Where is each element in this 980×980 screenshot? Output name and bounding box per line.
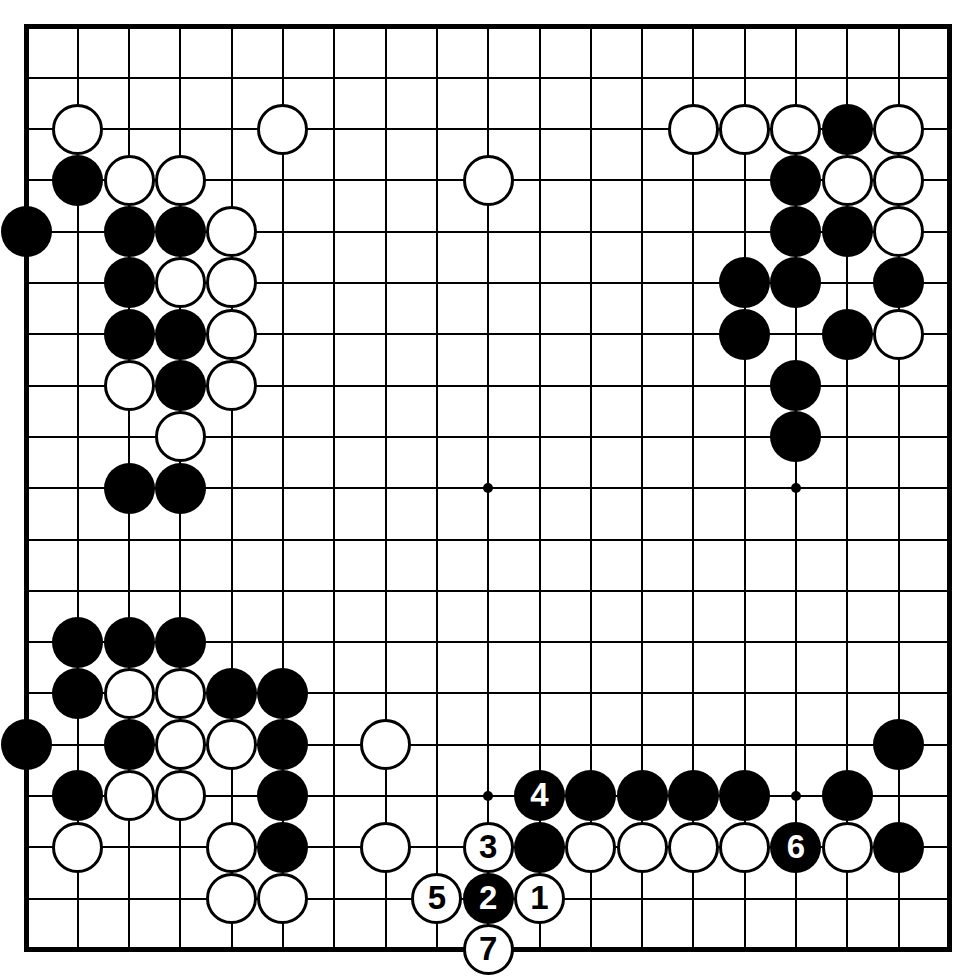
white-stone (770, 104, 821, 155)
black-stone (770, 257, 821, 308)
white-stone (873, 206, 924, 257)
black-stone (257, 668, 308, 719)
stones-layer: 4365217 (1, 1, 976, 976)
black-stone-numbered: 2 (463, 873, 514, 924)
black-stone (155, 360, 206, 411)
black-stone (104, 719, 155, 770)
white-stone (155, 411, 206, 462)
black-stone (257, 822, 308, 873)
black-stone (565, 770, 616, 821)
black-stone (617, 770, 668, 821)
white-stone (104, 360, 155, 411)
white-stone (873, 309, 924, 360)
black-stone (104, 617, 155, 668)
black-stone (104, 206, 155, 257)
white-stone (873, 104, 924, 155)
white-stone (668, 104, 719, 155)
white-stone (719, 822, 770, 873)
black-stone (257, 719, 308, 770)
black-stone (155, 617, 206, 668)
black-stone (206, 668, 257, 719)
white-stone (206, 360, 257, 411)
white-stone (617, 822, 668, 873)
white-stone (206, 309, 257, 360)
black-stone (873, 822, 924, 873)
black-stone (52, 617, 103, 668)
white-stone (463, 155, 514, 206)
white-stone (52, 822, 103, 873)
black-stone (155, 309, 206, 360)
white-stone (668, 822, 719, 873)
white-stone (719, 104, 770, 155)
white-stone (206, 206, 257, 257)
white-stone (104, 155, 155, 206)
white-stone-numbered: 5 (411, 873, 462, 924)
black-stone (52, 155, 103, 206)
black-stone (719, 770, 770, 821)
white-stone (155, 668, 206, 719)
white-stone (155, 257, 206, 308)
black-stone (104, 463, 155, 514)
black-stone (822, 104, 873, 155)
white-stone (206, 822, 257, 873)
white-stone (360, 719, 411, 770)
white-stone (257, 873, 308, 924)
white-stone (52, 104, 103, 155)
white-stone (104, 668, 155, 719)
white-stone (257, 104, 308, 155)
move-number: 4 (530, 778, 548, 811)
black-stone (1, 719, 52, 770)
white-stone (206, 873, 257, 924)
black-stone (770, 155, 821, 206)
white-stone (104, 770, 155, 821)
white-stone-numbered: 1 (514, 873, 565, 924)
black-stone (873, 257, 924, 308)
black-stone-numbered: 6 (770, 822, 821, 873)
white-stone (155, 719, 206, 770)
white-stone (873, 155, 924, 206)
white-stone (155, 770, 206, 821)
black-stone (104, 309, 155, 360)
go-board: 4365217 (0, 0, 980, 980)
black-stone (155, 206, 206, 257)
white-stone (155, 155, 206, 206)
black-stone (52, 770, 103, 821)
white-stone-numbered: 7 (463, 924, 514, 975)
black-stone (822, 770, 873, 821)
white-stone (565, 822, 616, 873)
black-stone (104, 257, 155, 308)
black-stone (770, 206, 821, 257)
black-stone (155, 463, 206, 514)
move-number: 5 (428, 881, 446, 914)
black-stone (52, 668, 103, 719)
white-stone (206, 719, 257, 770)
black-stone (873, 719, 924, 770)
move-number: 7 (479, 932, 497, 965)
black-stone (719, 257, 770, 308)
move-number: 6 (787, 830, 805, 863)
white-stone (822, 822, 873, 873)
black-stone-numbered: 4 (514, 770, 565, 821)
white-stone (206, 257, 257, 308)
move-number: 1 (530, 881, 548, 914)
black-stone (257, 770, 308, 821)
move-number: 2 (479, 881, 497, 914)
black-stone (822, 206, 873, 257)
black-stone (514, 822, 565, 873)
black-stone (770, 360, 821, 411)
black-stone (1, 206, 52, 257)
move-number: 3 (479, 830, 497, 863)
black-stone (668, 770, 719, 821)
white-stone (360, 822, 411, 873)
white-stone (822, 155, 873, 206)
black-stone (770, 411, 821, 462)
black-stone (822, 309, 873, 360)
black-stone (719, 309, 770, 360)
white-stone-numbered: 3 (463, 822, 514, 873)
